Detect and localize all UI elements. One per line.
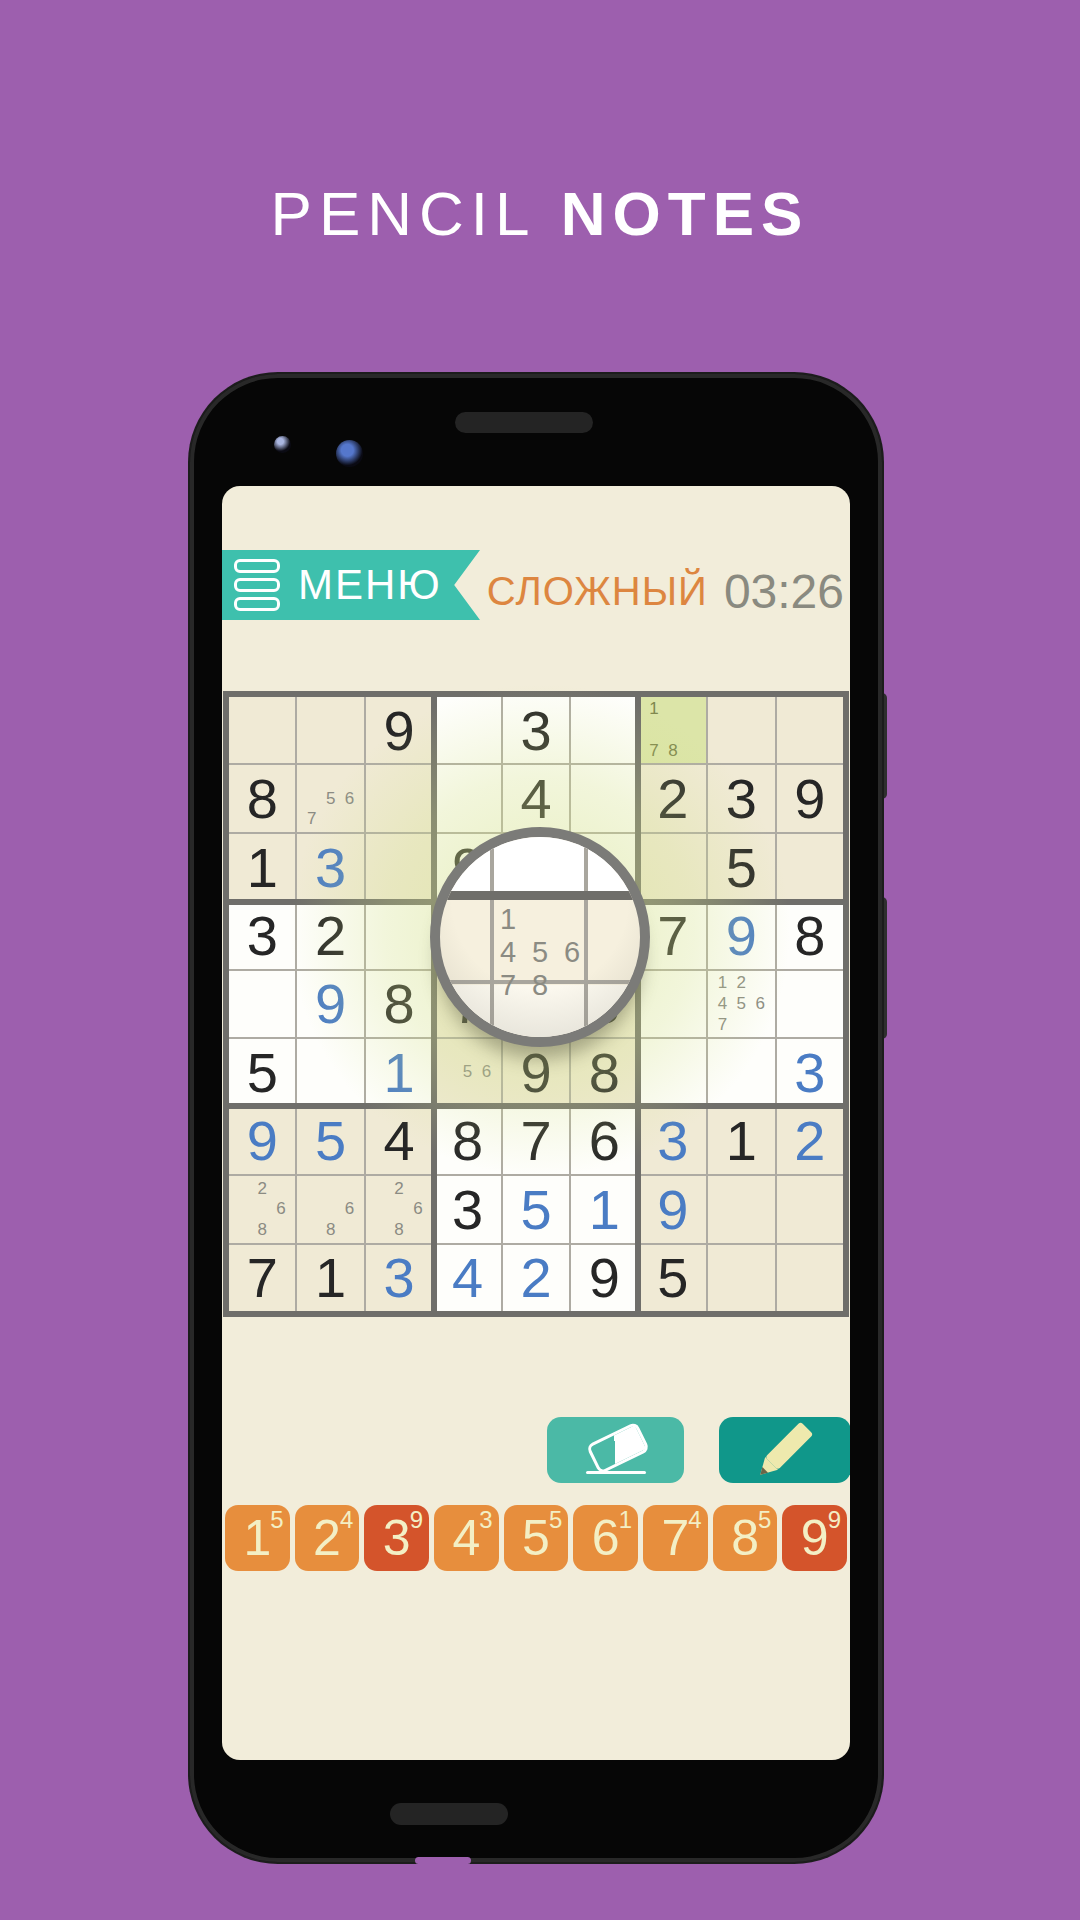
- eraser-icon: [584, 1426, 648, 1474]
- cell-r9c9[interactable]: [777, 1245, 843, 1311]
- cell-digit: 8: [434, 1108, 500, 1174]
- pencil-notes: 56: [439, 1041, 495, 1103]
- numpad-9[interactable]: 99: [782, 1505, 847, 1571]
- cell-r2c5[interactable]: 4: [503, 765, 569, 831]
- pencil-notes: 567: [302, 767, 358, 829]
- cell-digit: 6: [571, 1108, 637, 1174]
- cell-r9c2[interactable]: 1: [297, 1245, 363, 1311]
- cell-r8c1[interactable]: 268: [229, 1176, 295, 1242]
- difficulty-label: СЛОЖНЫЙ: [487, 569, 708, 614]
- status-area: СЛОЖНЫЙ 03:26: [487, 564, 844, 619]
- front-camera-large: [336, 440, 363, 467]
- cell-r6c6[interactable]: 8: [571, 1039, 637, 1105]
- cell-r7c2[interactable]: 5: [297, 1108, 363, 1174]
- pencil-notes: 178: [645, 699, 701, 761]
- cell-r1c5[interactable]: 3: [503, 697, 569, 763]
- pencil-notes: 268: [371, 1178, 427, 1240]
- cell-digit: 1: [708, 1108, 774, 1174]
- cell-digit: 8: [571, 1039, 637, 1105]
- cell-digit: 9: [777, 765, 843, 831]
- box-line-horizontal-2: [229, 1103, 843, 1109]
- numpad-digit: 9: [801, 1513, 829, 1563]
- cell-r2c7[interactable]: 2: [640, 765, 706, 831]
- cell-digit: 9: [708, 902, 774, 968]
- cell-digit: 5: [229, 1039, 295, 1105]
- usb-port: [415, 1857, 471, 1864]
- numpad-remaining-count: 9: [410, 1506, 423, 1534]
- cell-r6c5[interactable]: 9: [503, 1039, 569, 1105]
- cell-digit: 9: [366, 697, 432, 763]
- cell-r1c3[interactable]: 9: [366, 697, 432, 763]
- cell-digit: 1: [229, 834, 295, 900]
- cell-r7c3[interactable]: 4: [366, 1108, 432, 1174]
- cell-r8c7[interactable]: 9: [640, 1176, 706, 1242]
- cell-r7c4[interactable]: 8: [434, 1108, 500, 1174]
- cell-digit: 3: [366, 1245, 432, 1311]
- cell-digit: 4: [366, 1108, 432, 1174]
- cell-r2c9[interactable]: 9: [777, 765, 843, 831]
- cell-r5c2[interactable]: 9: [297, 971, 363, 1037]
- numpad-remaining-count: 5: [549, 1506, 562, 1534]
- cell-r8c9[interactable]: [777, 1176, 843, 1242]
- numpad-digit: 2: [313, 1513, 341, 1563]
- cell-r3c9[interactable]: [777, 834, 843, 900]
- cell-r5c3[interactable]: 8: [366, 971, 432, 1037]
- cell-r1c1[interactable]: [229, 697, 295, 763]
- numpad-2[interactable]: 24: [295, 1505, 360, 1571]
- hamburger-icon: [234, 559, 280, 611]
- numpad-digit: 3: [383, 1513, 411, 1563]
- cell-r9c5[interactable]: 2: [503, 1245, 569, 1311]
- cell-digit: 3: [297, 834, 363, 900]
- numpad-digit: 5: [522, 1513, 550, 1563]
- cell-digit: 8: [229, 765, 295, 831]
- cell-r1c8[interactable]: [708, 697, 774, 763]
- cell-r4c1[interactable]: 3: [229, 902, 295, 968]
- cell-r6c2[interactable]: [297, 1039, 363, 1105]
- cell-digit: 9: [297, 971, 363, 1037]
- cell-r3c8[interactable]: 5: [708, 834, 774, 900]
- cell-digit: 8: [366, 971, 432, 1037]
- cell-r7c6[interactable]: 6: [571, 1108, 637, 1174]
- menu-label: МЕНЮ: [298, 561, 442, 609]
- pencil-icon: [753, 1418, 817, 1482]
- cell-r7c1[interactable]: 9: [229, 1108, 295, 1174]
- cell-digit: 5: [640, 1245, 706, 1311]
- cell-digit: 8: [777, 902, 843, 968]
- numpad-remaining-count: 3: [479, 1506, 492, 1534]
- numpad-8[interactable]: 85: [713, 1505, 778, 1571]
- cell-r3c7[interactable]: [640, 834, 706, 900]
- cell-r6c9[interactable]: 3: [777, 1039, 843, 1105]
- numpad-remaining-count: 4: [688, 1506, 701, 1534]
- cell-digit: 3: [434, 1176, 500, 1242]
- cell-r2c4[interactable]: [434, 765, 500, 831]
- cell-digit: 3: [777, 1039, 843, 1105]
- box-line-vertical-1: [431, 697, 437, 1311]
- cell-digit: 9: [571, 1245, 637, 1311]
- menu-banner[interactable]: МЕНЮ: [222, 550, 480, 620]
- cell-digit: 2: [777, 1108, 843, 1174]
- cell-r8c2[interactable]: 68: [297, 1176, 363, 1242]
- magnifier-loupe: 145678: [430, 827, 650, 1047]
- cell-r2c3[interactable]: [366, 765, 432, 831]
- cell-digit: 5: [708, 834, 774, 900]
- cell-r3c1[interactable]: 1: [229, 834, 295, 900]
- numpad-digit: 4: [452, 1513, 480, 1563]
- cell-digit: 7: [229, 1245, 295, 1311]
- cell-r6c7[interactable]: [640, 1039, 706, 1105]
- cell-digit: 5: [503, 1176, 569, 1242]
- cell-r7c9[interactable]: 2: [777, 1108, 843, 1174]
- cell-r1c9[interactable]: [777, 697, 843, 763]
- page-title-regular: PENCIL: [271, 179, 537, 248]
- page-title: PENCIL NOTES: [0, 178, 1080, 249]
- cell-r2c8[interactable]: 3: [708, 765, 774, 831]
- cell-digit: 2: [297, 902, 363, 968]
- cell-r5c9[interactable]: [777, 971, 843, 1037]
- numpad-digit: 1: [243, 1513, 271, 1563]
- numpad-5[interactable]: 55: [504, 1505, 569, 1571]
- cell-r3c2[interactable]: 3: [297, 834, 363, 900]
- numpad-3[interactable]: 39: [364, 1505, 429, 1571]
- numpad-digit: 7: [661, 1513, 689, 1563]
- cell-r9c8[interactable]: [708, 1245, 774, 1311]
- numpad-1[interactable]: 15: [225, 1505, 290, 1571]
- cell-r4c9[interactable]: 8: [777, 902, 843, 968]
- front-camera-small: [274, 436, 291, 453]
- cell-r6c1[interactable]: 5: [229, 1039, 295, 1105]
- numpad-remaining-count: 4: [340, 1506, 353, 1534]
- cell-digit: 3: [503, 697, 569, 763]
- cell-digit: 3: [229, 902, 295, 968]
- cell-r6c4[interactable]: 56: [434, 1039, 500, 1105]
- earpiece-speaker: [455, 412, 593, 433]
- cell-digit: 7: [503, 1108, 569, 1174]
- cell-r2c1[interactable]: 8: [229, 765, 295, 831]
- cell-r6c3[interactable]: 1: [366, 1039, 432, 1105]
- cell-digit: 1: [571, 1176, 637, 1242]
- cell-r7c7[interactable]: 3: [640, 1108, 706, 1174]
- cell-r7c8[interactable]: 1: [708, 1108, 774, 1174]
- cell-r7c5[interactable]: 7: [503, 1108, 569, 1174]
- cell-r1c7[interactable]: 178: [640, 697, 706, 763]
- cell-r1c4[interactable]: [434, 697, 500, 763]
- cell-r8c4[interactable]: 3: [434, 1176, 500, 1242]
- cell-digit: 1: [297, 1245, 363, 1311]
- cell-r8c8[interactable]: [708, 1176, 774, 1242]
- cell-digit: 9: [640, 1176, 706, 1242]
- cell-digit: 2: [503, 1245, 569, 1311]
- cell-r4c3[interactable]: [366, 902, 432, 968]
- box-line-vertical-2: [635, 697, 641, 1311]
- cell-r6c8[interactable]: [708, 1039, 774, 1105]
- cell-r3c3[interactable]: [366, 834, 432, 900]
- cell-r4c8[interactable]: 9: [708, 902, 774, 968]
- cell-r8c6[interactable]: 1: [571, 1176, 637, 1242]
- cell-r9c7[interactable]: 5: [640, 1245, 706, 1311]
- pencil-notes-button[interactable]: [719, 1417, 850, 1483]
- loupe-gloss: [440, 837, 640, 1037]
- cell-r8c3[interactable]: 268: [366, 1176, 432, 1242]
- cell-r1c2[interactable]: [297, 697, 363, 763]
- cell-digit: 1: [366, 1039, 432, 1105]
- pencil-notes: 268: [234, 1178, 290, 1240]
- cell-digit: 4: [434, 1245, 500, 1311]
- numpad-digit: 6: [592, 1513, 620, 1563]
- cell-r2c2[interactable]: 567: [297, 765, 363, 831]
- cell-digit: 5: [297, 1108, 363, 1174]
- cell-r4c2[interactable]: 2: [297, 902, 363, 968]
- numpad-remaining-count: 5: [270, 1506, 283, 1534]
- cell-digit: 4: [503, 765, 569, 831]
- numpad-4[interactable]: 43: [434, 1505, 499, 1571]
- promo-screenshot: PENCIL NOTES МЕНЮ СЛОЖНЫЙ 03:26 93178856…: [0, 0, 1080, 1920]
- cell-r2c6[interactable]: [571, 765, 637, 831]
- cell-r9c3[interactable]: 3: [366, 1245, 432, 1311]
- numpad-remaining-count: 9: [828, 1506, 841, 1534]
- cell-digit: 9: [229, 1108, 295, 1174]
- cell-digit: 9: [503, 1039, 569, 1105]
- number-pad: 152439435561748599: [225, 1505, 847, 1571]
- page-title-bold: NOTES: [561, 179, 810, 248]
- numpad-7[interactable]: 74: [643, 1505, 708, 1571]
- cell-r9c1[interactable]: 7: [229, 1245, 295, 1311]
- cell-r9c6[interactable]: 9: [571, 1245, 637, 1311]
- eraser-button[interactable]: [547, 1417, 684, 1483]
- cell-r5c1[interactable]: [229, 971, 295, 1037]
- bottom-speaker: [390, 1803, 508, 1825]
- numpad-digit: 8: [731, 1513, 759, 1563]
- numpad-remaining-count: 1: [619, 1506, 632, 1534]
- cell-r5c7[interactable]: [640, 971, 706, 1037]
- pencil-notes: 68: [302, 1178, 358, 1240]
- cell-r9c4[interactable]: 4: [434, 1245, 500, 1311]
- cell-r8c5[interactable]: 5: [503, 1176, 569, 1242]
- cell-digit: 3: [708, 765, 774, 831]
- numpad-6[interactable]: 61: [573, 1505, 638, 1571]
- cell-digit: 3: [640, 1108, 706, 1174]
- pencil-notes: 124567: [713, 973, 769, 1035]
- cell-digit: 2: [640, 765, 706, 831]
- numpad-remaining-count: 5: [758, 1506, 771, 1534]
- app-screen: МЕНЮ СЛОЖНЫЙ 03:26 931788567423913953214…: [222, 486, 850, 1760]
- cell-r1c6[interactable]: [571, 697, 637, 763]
- cell-r5c8[interactable]: 124567: [708, 971, 774, 1037]
- game-timer: 03:26: [724, 564, 844, 619]
